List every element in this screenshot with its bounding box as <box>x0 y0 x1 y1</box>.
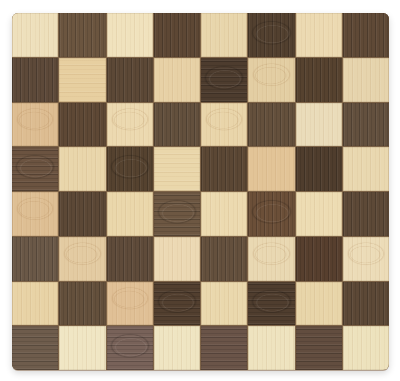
square-d4[interactable] <box>154 192 200 236</box>
square-d2[interactable] <box>154 282 200 326</box>
square-d8[interactable] <box>154 13 200 57</box>
square-a7[interactable] <box>12 58 58 102</box>
square-g7[interactable] <box>296 58 342 102</box>
square-f2[interactable] <box>248 282 294 326</box>
square-e5[interactable] <box>201 147 247 191</box>
square-d1[interactable] <box>154 326 200 370</box>
square-d6[interactable] <box>154 103 200 147</box>
square-c1[interactable] <box>107 326 153 370</box>
square-g4[interactable] <box>296 192 342 236</box>
square-e2[interactable] <box>201 282 247 326</box>
square-c6[interactable] <box>107 103 153 147</box>
square-f3[interactable] <box>248 237 294 281</box>
square-f5[interactable] <box>248 147 294 191</box>
square-f4[interactable] <box>248 192 294 236</box>
square-e4[interactable] <box>201 192 247 236</box>
square-b7[interactable] <box>59 58 105 102</box>
square-e7[interactable] <box>201 58 247 102</box>
square-g1[interactable] <box>296 326 342 370</box>
square-g2[interactable] <box>296 282 342 326</box>
square-c2[interactable] <box>107 282 153 326</box>
square-h3[interactable] <box>343 237 389 281</box>
square-e6[interactable] <box>201 103 247 147</box>
square-d5[interactable] <box>154 147 200 191</box>
square-a1[interactable] <box>12 326 58 370</box>
square-h7[interactable] <box>343 58 389 102</box>
chess-board <box>12 13 389 370</box>
square-h1[interactable] <box>343 326 389 370</box>
square-c5[interactable] <box>107 147 153 191</box>
square-b8[interactable] <box>59 13 105 57</box>
square-c7[interactable] <box>107 58 153 102</box>
square-e1[interactable] <box>201 326 247 370</box>
square-e8[interactable] <box>201 13 247 57</box>
square-g6[interactable] <box>296 103 342 147</box>
square-a3[interactable] <box>12 237 58 281</box>
square-b5[interactable] <box>59 147 105 191</box>
square-b2[interactable] <box>59 282 105 326</box>
square-h8[interactable] <box>343 13 389 57</box>
square-b6[interactable] <box>59 103 105 147</box>
square-e3[interactable] <box>201 237 247 281</box>
square-h5[interactable] <box>343 147 389 191</box>
square-h6[interactable] <box>343 103 389 147</box>
square-g3[interactable] <box>296 237 342 281</box>
square-b4[interactable] <box>59 192 105 236</box>
photo-background <box>0 0 400 381</box>
square-b3[interactable] <box>59 237 105 281</box>
square-h4[interactable] <box>343 192 389 236</box>
square-a2[interactable] <box>12 282 58 326</box>
square-g8[interactable] <box>296 13 342 57</box>
square-c8[interactable] <box>107 13 153 57</box>
square-d7[interactable] <box>154 58 200 102</box>
square-f1[interactable] <box>248 326 294 370</box>
square-a8[interactable] <box>12 13 58 57</box>
square-c4[interactable] <box>107 192 153 236</box>
square-b1[interactable] <box>59 326 105 370</box>
square-a6[interactable] <box>12 103 58 147</box>
square-a5[interactable] <box>12 147 58 191</box>
square-d3[interactable] <box>154 237 200 281</box>
square-f8[interactable] <box>248 13 294 57</box>
square-g5[interactable] <box>296 147 342 191</box>
square-c3[interactable] <box>107 237 153 281</box>
square-f6[interactable] <box>248 103 294 147</box>
square-a4[interactable] <box>12 192 58 236</box>
square-f7[interactable] <box>248 58 294 102</box>
square-h2[interactable] <box>343 282 389 326</box>
